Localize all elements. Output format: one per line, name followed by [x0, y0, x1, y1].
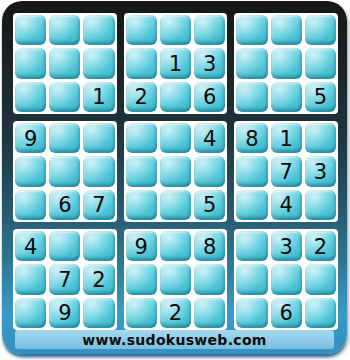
cell-r4c8[interactable]: 1	[271, 123, 302, 153]
cell-r8c4[interactable]	[126, 264, 157, 294]
cell-r6c5[interactable]	[160, 190, 191, 220]
cell-r8c5[interactable]	[160, 264, 191, 294]
cell-r9c2[interactable]: 9	[49, 298, 80, 328]
sudoku-box-5: 45	[124, 121, 228, 222]
cell-r9c5[interactable]: 2	[160, 298, 191, 328]
cell-r3c3[interactable]: 1	[83, 82, 114, 112]
cell-r2c3[interactable]	[83, 48, 114, 78]
cell-digit: 6	[58, 195, 71, 216]
cell-r1c7[interactable]	[236, 15, 267, 45]
cell-r5c3[interactable]	[83, 156, 114, 186]
sudoku-board-frame: 1 1326 5 967 45 81734 4729 982 326 www.s…	[2, 1, 347, 354]
cell-r8c1[interactable]	[15, 264, 46, 294]
footer-band: www.sudokusweb.com	[15, 330, 334, 349]
cell-r6c1[interactable]	[15, 190, 46, 220]
sudoku-box-2: 1326	[124, 13, 228, 114]
cell-digit: 8	[245, 129, 258, 150]
cell-r3c8[interactable]	[271, 82, 302, 112]
cell-r4c2[interactable]	[49, 123, 80, 153]
cell-r4c7[interactable]: 8	[236, 123, 267, 153]
site-url: www.sudokusweb.com	[82, 332, 266, 348]
sudoku-box-3: 5	[234, 13, 338, 114]
cell-r1c9[interactable]	[305, 15, 336, 45]
cell-r6c3[interactable]: 7	[83, 190, 114, 220]
sudoku-box-7: 4729	[13, 229, 117, 330]
sudoku-box-9: 326	[234, 229, 338, 330]
cell-r9c3[interactable]	[83, 298, 114, 328]
cell-r7c3[interactable]	[83, 231, 114, 261]
cell-digit: 3	[314, 162, 327, 183]
cell-digit: 9	[58, 303, 71, 324]
cell-r2c4[interactable]	[126, 48, 157, 78]
cell-r2c2[interactable]	[49, 48, 80, 78]
cell-digit: 5	[203, 195, 216, 216]
cell-r7c8[interactable]: 3	[271, 231, 302, 261]
cell-r3c2[interactable]	[49, 82, 80, 112]
cell-r9c6[interactable]	[194, 298, 225, 328]
cell-r9c8[interactable]: 6	[271, 298, 302, 328]
cell-r7c2[interactable]	[49, 231, 80, 261]
cell-digit: 2	[135, 87, 148, 108]
cell-r4c5[interactable]	[160, 123, 191, 153]
cell-r3c1[interactable]	[15, 82, 46, 112]
cell-r5c6[interactable]	[194, 156, 225, 186]
cell-r3c9[interactable]: 5	[305, 82, 336, 112]
cell-r2c9[interactable]	[305, 48, 336, 78]
cell-r5c7[interactable]	[236, 156, 267, 186]
cell-r5c1[interactable]	[15, 156, 46, 186]
cell-digit: 4	[24, 237, 37, 258]
cell-r9c7[interactable]	[236, 298, 267, 328]
cell-r8c9[interactable]	[305, 264, 336, 294]
cell-r6c6[interactable]: 5	[194, 190, 225, 220]
cell-r1c8[interactable]	[271, 15, 302, 45]
cell-digit: 2	[92, 270, 105, 291]
cell-r6c2[interactable]: 6	[49, 190, 80, 220]
cell-r7c1[interactable]: 4	[15, 231, 46, 261]
sudoku-box-8: 982	[124, 229, 228, 330]
cell-r3c5[interactable]	[160, 82, 191, 112]
cell-digit: 1	[279, 129, 292, 150]
cell-digit: 7	[279, 162, 292, 183]
cell-r4c9[interactable]	[305, 123, 336, 153]
cell-r1c2[interactable]	[49, 15, 80, 45]
cell-r1c4[interactable]	[126, 15, 157, 45]
cell-digit: 3	[279, 237, 292, 258]
cell-r2c8[interactable]	[271, 48, 302, 78]
cell-r6c7[interactable]	[236, 190, 267, 220]
cell-r6c9[interactable]	[305, 190, 336, 220]
sudoku-box-4: 967	[13, 121, 117, 222]
cell-digit: 2	[169, 303, 182, 324]
sudoku-box-6: 81734	[234, 121, 338, 222]
cell-r1c3[interactable]	[83, 15, 114, 45]
cell-r7c5[interactable]	[160, 231, 191, 261]
cell-digit: 6	[203, 87, 216, 108]
cell-r2c6[interactable]: 3	[194, 48, 225, 78]
cell-r1c1[interactable]	[15, 15, 46, 45]
cell-r4c1[interactable]: 9	[15, 123, 46, 153]
cell-r1c5[interactable]	[160, 15, 191, 45]
cell-digit: 9	[24, 129, 37, 150]
cell-r6c8[interactable]: 4	[271, 190, 302, 220]
cell-r5c2[interactable]	[49, 156, 80, 186]
cell-digit: 4	[279, 195, 292, 216]
cell-digit: 3	[203, 54, 216, 75]
cell-digit: 9	[135, 237, 148, 258]
cell-r8c2[interactable]: 7	[49, 264, 80, 294]
cell-digit: 8	[203, 237, 216, 258]
cell-digit: 2	[314, 237, 327, 258]
cell-r2c5[interactable]: 1	[160, 48, 191, 78]
cell-digit: 4	[203, 129, 216, 150]
cell-r1c6[interactable]	[194, 15, 225, 45]
cell-r4c3[interactable]	[83, 123, 114, 153]
cell-digit: 1	[169, 54, 182, 75]
cell-r5c5[interactable]	[160, 156, 191, 186]
cell-r5c9[interactable]: 3	[305, 156, 336, 186]
cell-digit: 7	[92, 195, 105, 216]
cell-r7c9[interactable]: 2	[305, 231, 336, 261]
cell-r9c4[interactable]	[126, 298, 157, 328]
cell-r9c9[interactable]	[305, 298, 336, 328]
cell-r9c1[interactable]	[15, 298, 46, 328]
cell-r4c4[interactable]	[126, 123, 157, 153]
cell-r6c4[interactable]	[126, 190, 157, 220]
cell-r4c6[interactable]: 4	[194, 123, 225, 153]
cell-r8c3[interactable]: 2	[83, 264, 114, 294]
cell-digit: 1	[92, 87, 105, 108]
cell-r5c8[interactable]: 7	[271, 156, 302, 186]
cell-r8c7[interactable]	[236, 264, 267, 294]
sudoku-grid: 1 1326 5 967 45 81734 4729 982 326	[13, 13, 338, 330]
cell-r8c6[interactable]	[194, 264, 225, 294]
cell-r3c4[interactable]: 2	[126, 82, 157, 112]
cell-r8c8[interactable]	[271, 264, 302, 294]
cell-r2c1[interactable]	[15, 48, 46, 78]
sudoku-box-1: 1	[13, 13, 117, 114]
cell-r3c7[interactable]	[236, 82, 267, 112]
cell-digit: 7	[58, 270, 71, 291]
cell-r2c7[interactable]	[236, 48, 267, 78]
cell-r5c4[interactable]	[126, 156, 157, 186]
cell-r3c6[interactable]: 6	[194, 82, 225, 112]
cell-r7c7[interactable]	[236, 231, 267, 261]
cell-digit: 5	[314, 87, 327, 108]
cell-digit: 6	[279, 303, 292, 324]
cell-r7c4[interactable]: 9	[126, 231, 157, 261]
cell-r7c6[interactable]: 8	[194, 231, 225, 261]
